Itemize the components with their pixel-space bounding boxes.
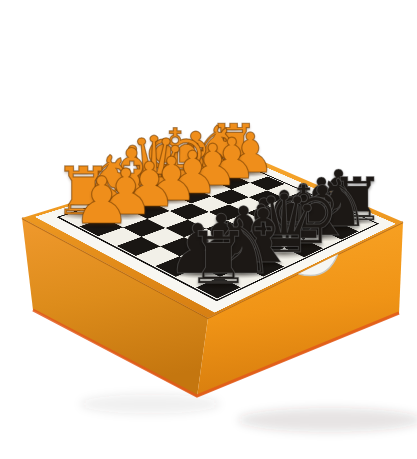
cast-shadow-left	[80, 394, 220, 414]
cast-shadow-right	[238, 408, 417, 432]
chess-box-photo: ♜♞♝♛♚♝♞♜♟♟♟♟♟♟♟♟♟♟♟♟♟♟♟♟♜♞♝♛♚♝♞♜	[0, 0, 417, 459]
